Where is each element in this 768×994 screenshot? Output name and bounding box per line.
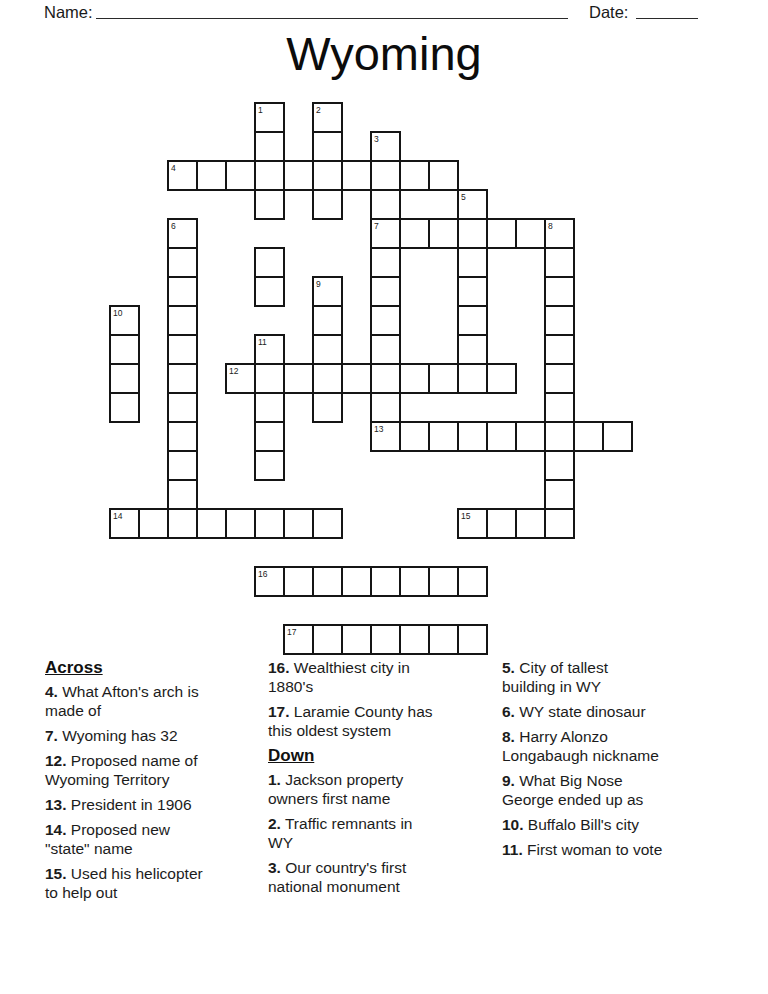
grid-cell-r4c14[interactable] [515, 218, 546, 249]
grid-cell-r2c10[interactable] [399, 160, 430, 191]
clue-number: 13. [45, 796, 67, 813]
clue-number: 17. [268, 703, 290, 720]
grid-cell-r18c10[interactable] [399, 624, 430, 655]
grid-cell-r10c5[interactable] [254, 392, 285, 423]
grid-cell-r10c0[interactable] [109, 392, 140, 423]
grid-cell-r4c12[interactable] [457, 218, 488, 249]
grid-cell-r9c11[interactable] [428, 363, 459, 394]
clue-number: 6. [502, 703, 515, 720]
grid-cell-r10c2[interactable] [167, 392, 198, 423]
cell-number-1: 1 [258, 105, 263, 115]
grid-cell-r18c8[interactable] [341, 624, 372, 655]
cell-number-10: 10 [113, 308, 122, 318]
grid-cell-r16c8[interactable] [341, 566, 372, 597]
grid-cell-r3c7[interactable] [312, 189, 343, 220]
grid-cell-r5c9[interactable] [370, 247, 401, 278]
grid-cell-r11c12[interactable] [457, 421, 488, 452]
grid-cell-r14c1[interactable] [138, 508, 169, 539]
date-label: Date: [589, 3, 628, 22]
grid-cell-r6c5[interactable] [254, 276, 285, 307]
grid-cell-r1c9[interactable]: 3 [370, 131, 401, 162]
grid-cell-r14c2[interactable] [167, 508, 198, 539]
clue-number: 10. [502, 816, 524, 833]
grid-cell-r2c5[interactable] [254, 160, 285, 191]
grid-cell-r11c13[interactable] [486, 421, 517, 452]
grid-cell-r11c11[interactable] [428, 421, 459, 452]
grid-cell-r16c12[interactable] [457, 566, 488, 597]
clue-number: 15. [45, 865, 67, 882]
grid-cell-r11c16[interactable] [573, 421, 604, 452]
grid-cell-r4c2[interactable]: 6 [167, 218, 198, 249]
clue-down-11: 11. First woman to vote [502, 840, 724, 859]
cell-number-2: 2 [316, 105, 321, 115]
grid-cell-r14c6[interactable] [283, 508, 314, 539]
grid-cell-r1c7[interactable] [312, 131, 343, 162]
clue-number: 16. [268, 659, 290, 676]
clue-across-12: 12. Proposed name ofWyoming Territory [45, 751, 261, 789]
grid-cell-r10c15[interactable] [544, 392, 575, 423]
date-blank-line[interactable] [636, 2, 698, 19]
cell-number-5: 5 [461, 192, 466, 202]
grid-cell-r11c9[interactable]: 13 [370, 421, 401, 452]
clue-number: 5. [502, 659, 515, 676]
grid-cell-r2c7[interactable] [312, 160, 343, 191]
cell-number-14: 14 [113, 511, 122, 521]
clue-down-6: 6. WY state dinosaur [502, 702, 724, 721]
grid-cell-r8c9[interactable] [370, 334, 401, 365]
grid-cell-r4c9[interactable]: 7 [370, 218, 401, 249]
grid-cell-r4c13[interactable] [486, 218, 517, 249]
grid-cell-r11c10[interactable] [399, 421, 430, 452]
clue-column-middle: 16. Wealthiest city in1880's17. Laramie … [268, 658, 500, 902]
grid-cell-r6c15[interactable] [544, 276, 575, 307]
grid-cell-r10c9[interactable] [370, 392, 401, 423]
grid-cell-r11c15[interactable] [544, 421, 575, 452]
cell-number-3: 3 [374, 134, 379, 144]
grid-cell-r7c7[interactable] [312, 305, 343, 336]
grid-cell-r9c6[interactable] [283, 363, 314, 394]
grid-cell-r18c11[interactable] [428, 624, 459, 655]
grid-cell-r3c12[interactable]: 5 [457, 189, 488, 220]
clue-down-1: 1. Jackson propertyowners first name [268, 770, 500, 808]
grid-cell-r8c7[interactable] [312, 334, 343, 365]
grid-cell-r9c0[interactable] [109, 363, 140, 394]
grid-cell-r11c2[interactable] [167, 421, 198, 452]
grid-cell-r14c3[interactable] [196, 508, 227, 539]
clue-across-4: 4. What Afton's arch ismade of [45, 682, 261, 720]
across-heading: Across [45, 658, 261, 677]
clue-across-16: 16. Wealthiest city in1880's [268, 658, 500, 696]
cell-number-15: 15 [461, 511, 470, 521]
clue-number: 12. [45, 752, 67, 769]
grid-cell-r14c14[interactable] [515, 508, 546, 539]
clue-number: 11. [502, 841, 523, 858]
grid-cell-r14c13[interactable] [486, 508, 517, 539]
grid-cell-r16c9[interactable] [370, 566, 401, 597]
cell-number-17: 17 [287, 627, 296, 637]
grid-cell-r14c4[interactable] [225, 508, 256, 539]
clue-down-9: 9. What Big NoseGeorge ended up as [502, 771, 724, 809]
grid-cell-r16c7[interactable] [312, 566, 343, 597]
grid-cell-r6c9[interactable] [370, 276, 401, 307]
grid-cell-r5c12[interactable] [457, 247, 488, 278]
grid-cell-r4c15[interactable]: 8 [544, 218, 575, 249]
grid-cell-r11c17[interactable] [602, 421, 633, 452]
grid-cell-r5c15[interactable] [544, 247, 575, 278]
crossword-grid: 1234567891011121314151617 [110, 103, 634, 656]
grid-cell-r0c5[interactable]: 1 [254, 102, 285, 133]
clue-across-17: 17. Laramie County hasthis oldest system [268, 702, 500, 740]
clue-across-7: 7. Wyoming has 32 [45, 726, 261, 745]
grid-cell-r16c11[interactable] [428, 566, 459, 597]
grid-cell-r0c7[interactable]: 2 [312, 102, 343, 133]
grid-cell-r9c10[interactable] [399, 363, 430, 394]
grid-cell-r7c2[interactable] [167, 305, 198, 336]
grid-cell-r8c5[interactable]: 11 [254, 334, 285, 365]
grid-cell-r9c9[interactable] [370, 363, 401, 394]
grid-cell-r2c8[interactable] [341, 160, 372, 191]
clue-down-5: 5. City of tallestbuilding in WY [502, 658, 724, 696]
grid-cell-r9c7[interactable] [312, 363, 343, 394]
grid-cell-r14c0[interactable]: 14 [109, 508, 140, 539]
grid-cell-r7c15[interactable] [544, 305, 575, 336]
grid-cell-r7c9[interactable] [370, 305, 401, 336]
grid-cell-r2c3[interactable] [196, 160, 227, 191]
cell-number-7: 7 [374, 221, 379, 231]
grid-cell-r9c12[interactable] [457, 363, 488, 394]
grid-cell-r9c15[interactable] [544, 363, 575, 394]
grid-cell-r18c9[interactable] [370, 624, 401, 655]
grid-cell-r8c0[interactable] [109, 334, 140, 365]
cell-number-16: 16 [258, 569, 267, 579]
cell-number-11: 11 [258, 337, 267, 347]
cell-number-13: 13 [374, 424, 383, 434]
grid-cell-r8c15[interactable] [544, 334, 575, 365]
grid-cell-r9c13[interactable] [486, 363, 517, 394]
grid-cell-r6c7[interactable]: 9 [312, 276, 343, 307]
clue-down-2: 2. Traffic remnants inWY [268, 814, 500, 852]
clue-across-13: 13. President in 1906 [45, 795, 261, 814]
clue-across-15: 15. Used his helicopterto help out [45, 864, 261, 902]
grid-cell-r14c5[interactable] [254, 508, 285, 539]
clue-column-right: 5. City of tallestbuilding in WY6. WY st… [502, 658, 724, 865]
clue-across-14: 14. Proposed new"state" name [45, 820, 261, 858]
grid-cell-r16c6[interactable] [283, 566, 314, 597]
clue-number: 2. [268, 815, 281, 832]
grid-cell-r9c2[interactable] [167, 363, 198, 394]
cell-number-8: 8 [548, 221, 553, 231]
grid-cell-r5c2[interactable] [167, 247, 198, 278]
grid-cell-r6c2[interactable] [167, 276, 198, 307]
grid-cell-r11c5[interactable] [254, 421, 285, 452]
name-blank-line[interactable] [96, 2, 568, 19]
grid-cell-r3c5[interactable] [254, 189, 285, 220]
name-label: Name: [44, 3, 93, 22]
clue-down-3: 3. Our country's firstnational monument [268, 858, 500, 896]
clue-number: 14. [45, 821, 67, 838]
grid-cell-r2c4[interactable] [225, 160, 256, 191]
clue-number: 3. [268, 859, 281, 876]
clue-number: 8. [502, 728, 515, 745]
grid-cell-r2c9[interactable] [370, 160, 401, 191]
grid-cell-r14c7[interactable] [312, 508, 343, 539]
grid-cell-r7c12[interactable] [457, 305, 488, 336]
grid-cell-r1c5[interactable] [254, 131, 285, 162]
clue-number: 1. [268, 771, 281, 788]
grid-cell-r14c12[interactable]: 15 [457, 508, 488, 539]
grid-cell-r5c5[interactable] [254, 247, 285, 278]
grid-cell-r18c12[interactable] [457, 624, 488, 655]
grid-cell-r12c15[interactable] [544, 450, 575, 481]
grid-cell-r2c6[interactable] [283, 160, 314, 191]
grid-cell-r11c14[interactable] [515, 421, 546, 452]
clue-down-10: 10. Buffalo Bill's city [502, 815, 724, 834]
clue-number: 7. [45, 727, 58, 744]
grid-cell-r4c10[interactable] [399, 218, 430, 249]
grid-cell-r13c2[interactable] [167, 479, 198, 510]
down-heading: Down [268, 746, 500, 765]
clue-number: 9. [502, 772, 515, 789]
cell-number-4: 4 [171, 163, 176, 173]
page-title: Wyoming [0, 26, 768, 81]
grid-cell-r16c5[interactable]: 16 [254, 566, 285, 597]
grid-cell-r2c2[interactable]: 4 [167, 160, 198, 191]
grid-cell-r10c7[interactable] [312, 392, 343, 423]
clue-number: 4. [45, 683, 58, 700]
grid-cell-r9c5[interactable] [254, 363, 285, 394]
grid-cell-r16c10[interactable] [399, 566, 430, 597]
grid-cell-r9c4[interactable]: 12 [225, 363, 256, 394]
cell-number-9: 9 [316, 279, 321, 289]
clue-column-left: Across4. What Afton's arch ismade of7. W… [45, 658, 261, 908]
grid-cell-r6c12[interactable] [457, 276, 488, 307]
grid-cell-r8c12[interactable] [457, 334, 488, 365]
grid-cell-r9c8[interactable] [341, 363, 372, 394]
cell-number-6: 6 [171, 221, 176, 231]
grid-cell-r14c15[interactable] [544, 508, 575, 539]
grid-cell-r18c6[interactable]: 17 [283, 624, 314, 655]
grid-cell-r7c0[interactable]: 10 [109, 305, 140, 336]
grid-cell-r3c9[interactable] [370, 189, 401, 220]
cell-number-12: 12 [229, 366, 238, 376]
grid-cell-r12c2[interactable] [167, 450, 198, 481]
grid-cell-r12c5[interactable] [254, 450, 285, 481]
grid-cell-r2c11[interactable] [428, 160, 459, 191]
grid-cell-r13c15[interactable] [544, 479, 575, 510]
grid-cell-r8c2[interactable] [167, 334, 198, 365]
clue-down-8: 8. Harry AlonzoLongabaugh nickname [502, 727, 724, 765]
grid-cell-r18c7[interactable] [312, 624, 343, 655]
grid-cell-r4c11[interactable] [428, 218, 459, 249]
